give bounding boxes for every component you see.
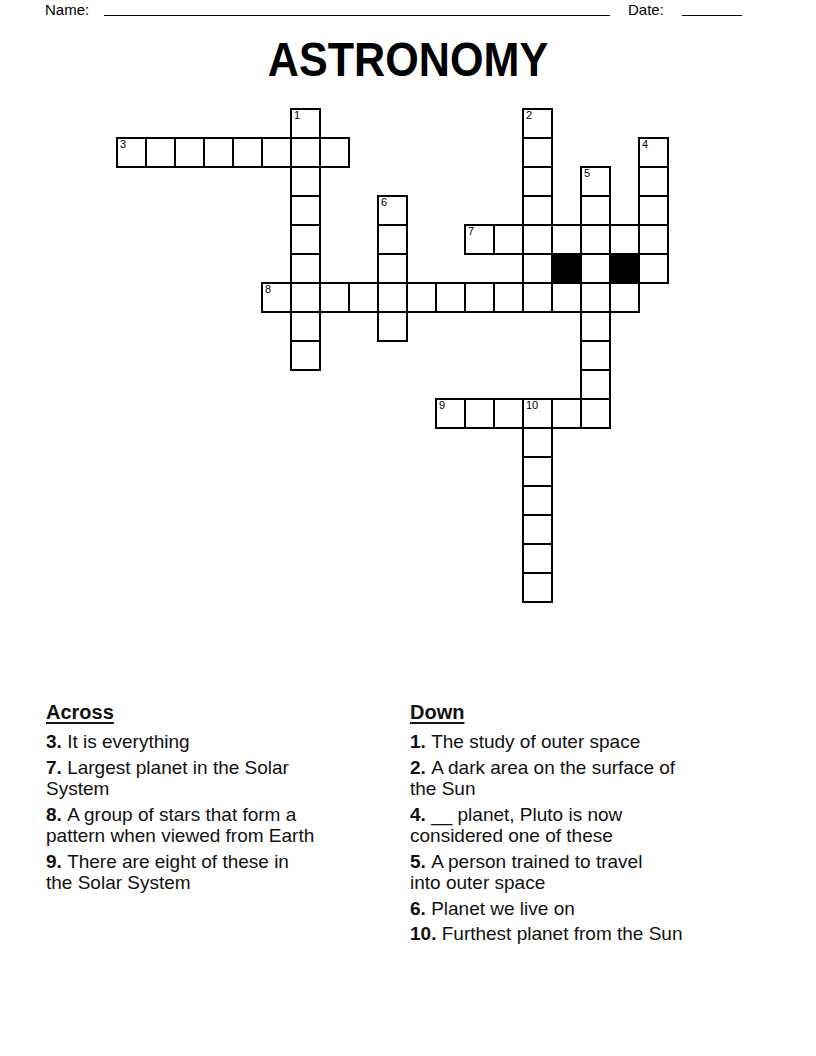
across-clue-9: 9. There are eight of these in the Solar… (46, 851, 404, 894)
down-clue-1: 1. The study of outer space (410, 731, 766, 753)
crossword-cell[interactable] (493, 224, 524, 255)
crossword-cell[interactable] (493, 282, 524, 313)
crossword-cell[interactable] (580, 224, 611, 255)
crossword-cell[interactable] (638, 224, 669, 255)
crossword-cell[interactable]: 7 (464, 224, 495, 255)
crossword-cell[interactable] (580, 398, 611, 429)
crossword-cell[interactable] (638, 166, 669, 197)
crossword-cell[interactable] (377, 282, 408, 313)
crossword-cell[interactable] (522, 543, 553, 574)
crossword-cell[interactable] (290, 224, 321, 255)
clue-number: 4 (642, 139, 648, 150)
date-label: Date: (628, 1, 664, 19)
crossword-cell[interactable] (464, 398, 495, 429)
clue-number: 10 (526, 400, 538, 411)
name-label: Name: (45, 1, 89, 19)
crossword-cell[interactable] (290, 166, 321, 197)
clue-number: 5 (584, 168, 590, 179)
crossword-cell[interactable] (609, 282, 640, 313)
crossword-cell[interactable] (551, 224, 582, 255)
crossword-cell[interactable] (145, 137, 176, 168)
crossword-grid: 12345678910 (116, 108, 669, 603)
crossword-cell[interactable] (551, 398, 582, 429)
crossword-cell[interactable] (377, 253, 408, 284)
crossword-cell[interactable] (522, 166, 553, 197)
crossword-cell[interactable] (290, 311, 321, 342)
across-clue-7: 7. Largest planet in the Solar System (46, 757, 404, 800)
page-title: ASTRONOMY (49, 31, 767, 87)
crossword-cell[interactable] (319, 137, 350, 168)
crossword-cell[interactable]: 4 (638, 137, 669, 168)
crossword-cell[interactable] (580, 311, 611, 342)
across-clue-list: 3. It is everything7. Largest planet in … (46, 731, 404, 894)
clue-number: 8 (265, 284, 271, 295)
crossword-cell[interactable] (580, 369, 611, 400)
crossword-cell[interactable] (522, 485, 553, 516)
crossword-cell[interactable] (609, 224, 640, 255)
clue-number: 7 (468, 226, 474, 237)
down-clue-4: 4. __ planet, Pluto is now considered on… (410, 804, 766, 847)
crossword-cell[interactable] (580, 340, 611, 371)
across-clue-3: 3. It is everything (46, 731, 404, 753)
name-blank-line[interactable] (104, 0, 610, 16)
clue-number: 6 (381, 197, 387, 208)
crossword-cell[interactable] (174, 137, 205, 168)
crossword-cell[interactable] (522, 572, 553, 603)
clue-number: 2 (526, 110, 532, 121)
crossword-cell[interactable] (290, 137, 321, 168)
crossword-cell[interactable] (406, 282, 437, 313)
down-clues-section: Down 1. The study of outer space2. A dar… (410, 701, 766, 949)
crossword-cell[interactable] (522, 427, 553, 458)
down-clue-6: 6. Planet we live on (410, 898, 766, 920)
down-clue-5: 5. A person trained to travel into outer… (410, 851, 766, 894)
crossword-cell[interactable] (638, 195, 669, 226)
crossword-cell[interactable] (522, 456, 553, 487)
crossword-cell[interactable] (377, 311, 408, 342)
down-clue-2: 2. A dark area on the surface of the Sun (410, 757, 766, 800)
crossword-cell[interactable] (232, 137, 263, 168)
crossword-cell[interactable]: 6 (377, 195, 408, 226)
clue-number: 3 (120, 139, 126, 150)
crossword-cell[interactable] (435, 282, 466, 313)
crossword-cell[interactable] (261, 137, 292, 168)
crossword-cell[interactable]: 10 (522, 398, 553, 429)
crossword-cell[interactable] (522, 137, 553, 168)
crossword-cell[interactable]: 5 (580, 166, 611, 197)
crossword-cell[interactable]: 2 (522, 108, 553, 139)
crossword-cell[interactable] (522, 253, 553, 284)
crossword-cell[interactable] (580, 253, 611, 284)
crossword-cell[interactable] (493, 398, 524, 429)
crossword-cell[interactable] (638, 253, 669, 284)
crossword-cell[interactable] (522, 224, 553, 255)
crossword-cell[interactable]: 3 (116, 137, 147, 168)
down-clue-list: 1. The study of outer space2. A dark are… (410, 731, 766, 945)
down-heading: Down (410, 701, 766, 723)
crossword-cell[interactable] (551, 282, 582, 313)
across-heading: Across (46, 701, 404, 723)
black-cell (609, 253, 640, 284)
crossword-cell[interactable] (377, 224, 408, 255)
crossword-cell[interactable]: 9 (435, 398, 466, 429)
crossword-cell[interactable] (319, 282, 350, 313)
crossword-cell[interactable] (290, 253, 321, 284)
crossword-cell[interactable]: 8 (261, 282, 292, 313)
crossword-cell[interactable] (290, 195, 321, 226)
clue-number: 1 (294, 110, 300, 121)
crossword-cell[interactable] (522, 282, 553, 313)
crossword-cell[interactable] (290, 340, 321, 371)
across-clue-8: 8. A group of stars that form a pattern … (46, 804, 404, 847)
crossword-cell[interactable] (203, 137, 234, 168)
crossword-cell[interactable] (522, 195, 553, 226)
down-clue-10: 10. Furthest planet from the Sun (410, 923, 766, 945)
black-cell (551, 253, 582, 284)
crossword-cell[interactable] (522, 514, 553, 545)
crossword-cell[interactable]: 1 (290, 108, 321, 139)
crossword-cell[interactable] (348, 282, 379, 313)
crossword-cell[interactable] (290, 282, 321, 313)
across-clues-section: Across 3. It is everything7. Largest pla… (46, 701, 404, 898)
clue-number: 9 (439, 400, 445, 411)
crossword-cell[interactable] (580, 282, 611, 313)
crossword-cell[interactable] (580, 195, 611, 226)
date-blank-line[interactable] (682, 0, 742, 16)
crossword-cell[interactable] (464, 282, 495, 313)
